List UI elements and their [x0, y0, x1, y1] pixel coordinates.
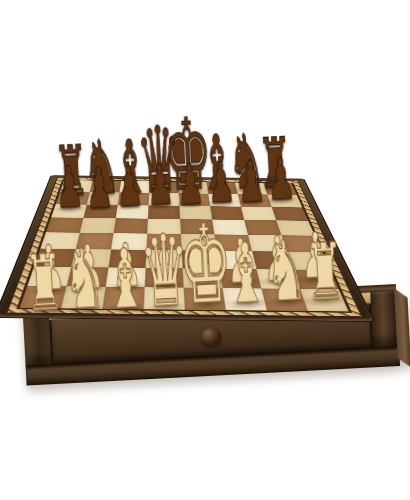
square-f6[interactable] [210, 206, 244, 220]
square-b5[interactable] [80, 218, 116, 233]
square-e4[interactable] [181, 234, 217, 251]
square-f3[interactable] [217, 251, 257, 269]
square-a8[interactable] [60, 180, 93, 192]
square-a2[interactable] [27, 266, 71, 286]
square-e1[interactable] [184, 288, 226, 310]
square-d1[interactable] [144, 287, 185, 309]
square-g7[interactable] [238, 194, 272, 207]
square-b7[interactable] [87, 192, 120, 205]
square-d5[interactable] [147, 219, 181, 234]
square-e8[interactable] [178, 182, 208, 194]
square-c7[interactable] [118, 192, 149, 205]
square-h3[interactable] [287, 252, 330, 270]
square-c1[interactable] [102, 287, 144, 309]
square-c3[interactable] [109, 249, 147, 267]
square-h4[interactable] [281, 235, 322, 252]
square-b8[interactable] [90, 181, 121, 193]
square-a6[interactable] [51, 204, 87, 218]
square-c4[interactable] [111, 233, 147, 250]
square-f5[interactable] [212, 220, 248, 235]
square-g5[interactable] [244, 220, 281, 235]
square-b4[interactable] [76, 233, 114, 250]
square-g6[interactable] [241, 206, 276, 220]
drawer-knob[interactable] [201, 327, 222, 346]
square-f1[interactable] [223, 288, 267, 310]
square-h6[interactable] [272, 207, 309, 221]
square-d2[interactable] [145, 268, 184, 288]
square-h7[interactable] [267, 194, 302, 207]
square-h8[interactable] [263, 183, 296, 195]
square-d7[interactable] [149, 193, 180, 206]
square-c2[interactable] [106, 267, 146, 287]
square-h1[interactable] [300, 289, 348, 311]
chess-board-frame [0, 176, 374, 322]
product-photo-stage: ♜♞♝♛♚♝♞♜♟♟♟♟♟♟♟♟♟♟♟♟♟♟♟♟♜♞♝♛♚♝♞♜ [0, 0, 410, 500]
square-e5[interactable] [180, 219, 214, 234]
square-g8[interactable] [235, 182, 267, 194]
square-d6[interactable] [148, 205, 180, 219]
square-c5[interactable] [114, 218, 148, 233]
square-e3[interactable] [182, 250, 220, 268]
square-e7[interactable] [179, 193, 210, 206]
square-d4[interactable] [146, 234, 181, 251]
square-e2[interactable] [183, 268, 223, 288]
square-a3[interactable] [34, 248, 76, 266]
square-e6[interactable] [179, 206, 212, 220]
square-b2[interactable] [67, 267, 109, 287]
square-h2[interactable] [293, 269, 339, 289]
square-f8[interactable] [207, 182, 238, 194]
square-c6[interactable] [116, 205, 149, 219]
square-f4[interactable] [214, 234, 252, 251]
square-a5[interactable] [46, 218, 83, 233]
square-c8[interactable] [120, 181, 150, 193]
square-b3[interactable] [71, 249, 111, 267]
chess-set: ♜♞♝♛♚♝♞♜♟♟♟♟♟♟♟♟♟♟♟♟♟♟♟♟♜♞♝♛♚♝♞♜ [0, 0, 410, 500]
square-d8[interactable] [149, 181, 179, 193]
square-b6[interactable] [83, 204, 117, 218]
square-d3[interactable] [146, 250, 183, 268]
square-a7[interactable] [56, 192, 90, 205]
square-a1[interactable] [20, 286, 67, 308]
square-f2[interactable] [220, 268, 262, 288]
square-a4[interactable] [40, 232, 79, 249]
square-h5[interactable] [276, 220, 315, 235]
square-f7[interactable] [208, 194, 241, 207]
square-b1[interactable] [61, 286, 106, 308]
